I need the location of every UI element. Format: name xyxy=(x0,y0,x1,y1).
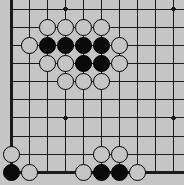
black-stone[interactable] xyxy=(75,37,92,54)
board-cell xyxy=(93,36,111,54)
board-cell xyxy=(93,163,111,181)
white-stone[interactable] xyxy=(93,19,110,36)
stones-layer xyxy=(3,0,183,181)
white-stone[interactable] xyxy=(75,73,92,90)
board-cell xyxy=(57,18,75,36)
white-stone[interactable] xyxy=(39,55,56,72)
page: { "game": "go", "board": { "full_size": … xyxy=(0,0,184,185)
board-cell xyxy=(93,54,111,72)
board-cell xyxy=(57,72,75,90)
white-stone[interactable] xyxy=(57,55,74,72)
board-cell xyxy=(75,54,93,72)
white-stone[interactable] xyxy=(57,19,74,36)
black-stone[interactable] xyxy=(111,164,128,181)
white-stone[interactable] xyxy=(21,164,38,181)
board-cell xyxy=(3,145,21,163)
board-cell xyxy=(75,36,93,54)
black-stone[interactable] xyxy=(75,55,92,72)
white-stone[interactable] xyxy=(93,73,110,90)
black-stone[interactable] xyxy=(39,37,56,54)
black-stone[interactable] xyxy=(93,164,110,181)
black-stone[interactable] xyxy=(93,55,110,72)
board-cell xyxy=(129,163,147,181)
white-stone[interactable] xyxy=(3,146,20,163)
board-cell xyxy=(57,54,75,72)
black-stone[interactable] xyxy=(57,37,74,54)
white-stone[interactable] xyxy=(21,37,38,54)
board-cell xyxy=(21,163,39,181)
board-cell xyxy=(3,163,21,181)
white-stone[interactable] xyxy=(39,19,56,36)
board-cell xyxy=(93,72,111,90)
board-cell xyxy=(21,36,39,54)
board-cell xyxy=(39,54,57,72)
board-cell xyxy=(39,36,57,54)
board-cell xyxy=(93,145,111,163)
white-stone[interactable] xyxy=(111,146,128,163)
board-cell xyxy=(75,18,93,36)
white-stone[interactable] xyxy=(111,55,128,72)
white-stone[interactable] xyxy=(75,19,92,36)
board-cell xyxy=(57,36,75,54)
board-cell xyxy=(111,36,129,54)
black-stone[interactable] xyxy=(93,37,110,54)
white-stone[interactable] xyxy=(93,146,110,163)
white-stone[interactable] xyxy=(111,37,128,54)
white-stone[interactable] xyxy=(57,73,74,90)
white-stone[interactable] xyxy=(129,164,146,181)
board-cell xyxy=(93,18,111,36)
board-cell xyxy=(111,163,129,181)
white-stone[interactable] xyxy=(75,164,92,181)
board-cell xyxy=(111,54,129,72)
board-cell xyxy=(75,163,93,181)
go-board[interactable] xyxy=(0,0,184,185)
black-stone[interactable] xyxy=(3,164,20,181)
board-cell xyxy=(39,18,57,36)
board-cell xyxy=(111,145,129,163)
board-cell xyxy=(75,72,93,90)
